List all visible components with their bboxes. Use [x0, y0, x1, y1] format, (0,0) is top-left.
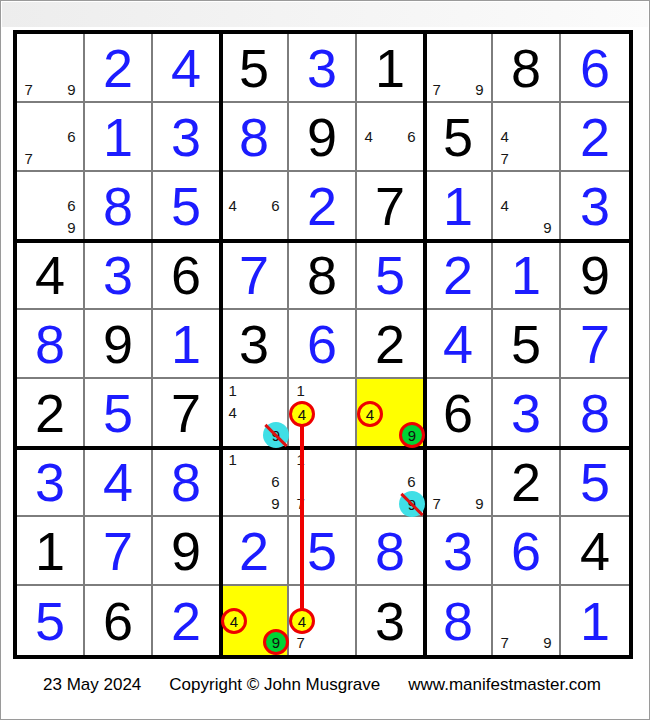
solved-digit: 7 — [85, 517, 151, 584]
solved-digit: 2 — [425, 241, 491, 308]
cell-r9c2[interactable]: 6 — [85, 586, 153, 655]
cell-r9c3[interactable]: 2 — [153, 586, 221, 655]
solved-digit: 2 — [221, 517, 287, 584]
solved-digit: 2 — [289, 172, 355, 239]
given-digit: 6 — [153, 241, 219, 308]
pencil-mark-6: 6 — [265, 470, 286, 492]
given-digit: 9 — [153, 517, 219, 584]
given-digit: 2 — [17, 379, 83, 446]
solved-digit: 5 — [561, 448, 629, 515]
pencil-mark-9: 9 — [469, 78, 490, 100]
cell-r9c7[interactable]: 8 — [425, 586, 493, 655]
cell-r7c7[interactable]: 79 — [425, 448, 493, 517]
cell-r8c6[interactable]: 8 — [357, 517, 425, 586]
pencil-marks: 47 — [494, 103, 558, 169]
app-window: 7924531798667138946547269854627149343678… — [0, 0, 650, 720]
cell-r7c9[interactable]: 5 — [561, 448, 629, 517]
pencil-mark-4: 4 — [358, 125, 379, 147]
solved-digit: 4 — [425, 310, 491, 377]
given-digit: 7 — [357, 172, 423, 239]
pencil-mark-4: 4 — [222, 194, 243, 216]
given-digit: 5 — [493, 310, 559, 377]
solved-digit: 2 — [153, 586, 219, 655]
title-bar — [2, 2, 648, 27]
given-digit: 5 — [221, 34, 287, 101]
cell-r8c3[interactable]: 9 — [153, 517, 221, 586]
eliminated-circle-9: 9 — [399, 491, 425, 517]
sudoku-board: 7924531798667138946547269854627149343678… — [13, 30, 633, 659]
solved-digit: 5 — [289, 517, 355, 584]
given-digit: 8 — [289, 241, 355, 308]
cell-r2c8[interactable]: 47 — [493, 103, 561, 172]
pencil-mark-4: 4 — [494, 194, 515, 216]
box-border-horizontal-1 — [17, 239, 629, 243]
solved-digit: 5 — [153, 172, 219, 239]
cell-r5c4[interactable]: 3 — [221, 310, 289, 379]
solved-digit: 8 — [357, 517, 423, 584]
solved-digit: 1 — [561, 586, 629, 655]
footer: 23 May 2024 Copyright © John Musgrave ww… — [43, 675, 601, 695]
cell-r9c1[interactable]: 5 — [17, 586, 85, 655]
given-digit: 1 — [357, 34, 423, 101]
cell-r6c4[interactable]: 149 — [221, 379, 289, 448]
solved-digit: 4 — [85, 448, 151, 515]
given-digit: 6 — [425, 379, 491, 446]
pencil-mark-9: 9 — [265, 492, 286, 514]
cell-r5c9[interactable]: 7 — [561, 310, 629, 379]
footer-date: 23 May 2024 — [43, 675, 141, 695]
cell-r2c3[interactable]: 3 — [153, 103, 221, 172]
cell-r4c4[interactable]: 7 — [221, 241, 289, 310]
solved-digit: 1 — [493, 241, 559, 308]
pencil-mark-9: 9 — [61, 78, 82, 100]
confirmed-circle-9: 9 — [399, 422, 425, 448]
solved-digit: 3 — [289, 34, 355, 101]
cell-r5c3[interactable]: 1 — [153, 310, 221, 379]
pencil-mark-7: 7 — [18, 78, 39, 100]
solved-digit: 1 — [85, 103, 151, 170]
cell-r6c3[interactable]: 7 — [153, 379, 221, 448]
cell-r6c8[interactable]: 3 — [493, 379, 561, 448]
cell-r4c7[interactable]: 2 — [425, 241, 493, 310]
candidate-circle-4: 4 — [221, 608, 247, 634]
cell-r2c1[interactable]: 67 — [17, 103, 85, 172]
cell-r7c4[interactable]: 169 — [221, 448, 289, 517]
solved-digit: 3 — [561, 172, 629, 239]
pencil-mark-7: 7 — [494, 147, 515, 169]
solved-digit: 3 — [17, 448, 83, 515]
box-border-horizontal-2 — [17, 446, 629, 450]
given-digit: 3 — [357, 586, 423, 655]
pencil-mark-1: 1 — [222, 448, 243, 470]
solved-digit: 8 — [425, 586, 491, 655]
cell-r1c4[interactable]: 5 — [221, 34, 289, 103]
pencil-mark-4: 4 — [222, 401, 243, 423]
pencil-marks: 169 — [222, 448, 286, 514]
pencil-marks: 69 — [18, 172, 82, 238]
pencil-mark-9: 9 — [537, 216, 558, 238]
cell-r7c8[interactable]: 2 — [493, 448, 561, 517]
cell-r3c4[interactable]: 46 — [221, 172, 289, 241]
candidate-circle-4: 4 — [289, 608, 315, 634]
pencil-mark-6: 6 — [61, 125, 82, 147]
cell-r2c6[interactable]: 46 — [357, 103, 425, 172]
given-digit: 2 — [357, 310, 423, 377]
cell-r1c9[interactable]: 6 — [561, 34, 629, 103]
cell-r6c7[interactable]: 6 — [425, 379, 493, 448]
pencil-mark-1: 1 — [222, 379, 243, 401]
given-digit: 5 — [425, 103, 491, 170]
cell-r8c8[interactable]: 6 — [493, 517, 561, 586]
cell-r1c2[interactable]: 2 — [85, 34, 153, 103]
solved-digit: 4 — [153, 34, 219, 101]
cell-r9c9[interactable]: 1 — [561, 586, 629, 655]
pencil-mark-7: 7 — [494, 631, 515, 654]
solved-digit: 8 — [221, 103, 287, 170]
pencil-mark-4: 4 — [494, 125, 515, 147]
eliminated-circle-9: 9 — [263, 422, 289, 448]
cell-r1c8[interactable]: 8 — [493, 34, 561, 103]
given-digit: 2 — [493, 448, 559, 515]
cell-r5c5[interactable]: 6 — [289, 310, 357, 379]
pencil-mark-9: 9 — [537, 631, 558, 654]
solved-digit: 6 — [289, 310, 355, 377]
pencil-mark-9: 9 — [61, 216, 82, 238]
solved-digit: 7 — [561, 310, 629, 377]
given-digit: 9 — [289, 103, 355, 170]
given-digit: 9 — [561, 241, 629, 308]
cell-r9c6[interactable]: 3 — [357, 586, 425, 655]
solved-digit: 7 — [221, 241, 287, 308]
cell-r4c5[interactable]: 8 — [289, 241, 357, 310]
pencil-mark-6: 6 — [401, 470, 422, 492]
pencil-marks: 67 — [18, 103, 82, 169]
cell-r4c1[interactable]: 4 — [17, 241, 85, 310]
cell-r8c2[interactable]: 7 — [85, 517, 153, 586]
cell-r4c3[interactable]: 6 — [153, 241, 221, 310]
pencil-marks: 79 — [494, 586, 558, 654]
cell-r3c5[interactable]: 2 — [289, 172, 357, 241]
cell-r1c7[interactable]: 79 — [425, 34, 493, 103]
box-border-vertical-2 — [423, 34, 427, 655]
cell-r4c6[interactable]: 5 — [357, 241, 425, 310]
given-digit: 7 — [153, 379, 219, 446]
cell-r8c1[interactable]: 1 — [17, 517, 85, 586]
footer-copyright: Copyright © John Musgrave — [169, 675, 380, 695]
cell-r2c2[interactable]: 1 — [85, 103, 153, 172]
cell-r9c4[interactable]: 49 — [221, 586, 289, 655]
cell-r7c2[interactable]: 4 — [85, 448, 153, 517]
solved-digit: 8 — [153, 448, 219, 515]
cell-r1c3[interactable]: 4 — [153, 34, 221, 103]
cell-r4c8[interactable]: 1 — [493, 241, 561, 310]
pencil-mark-1: 1 — [290, 379, 311, 401]
cell-r1c1[interactable]: 79 — [17, 34, 85, 103]
cell-r3c2[interactable]: 8 — [85, 172, 153, 241]
pencil-mark-6: 6 — [401, 125, 422, 147]
cell-r7c6[interactable]: 69 — [357, 448, 425, 517]
cell-r5c8[interactable]: 5 — [493, 310, 561, 379]
given-digit: 1 — [17, 517, 83, 584]
solved-digit: 5 — [85, 379, 151, 446]
cell-r5c7[interactable]: 4 — [425, 310, 493, 379]
cell-r6c2[interactable]: 5 — [85, 379, 153, 448]
solved-digit: 1 — [425, 172, 491, 239]
pencil-marks: 79 — [426, 448, 490, 514]
cell-r3c3[interactable]: 5 — [153, 172, 221, 241]
solved-digit: 3 — [425, 517, 491, 584]
cell-r2c7[interactable]: 5 — [425, 103, 493, 172]
cell-r3c9[interactable]: 3 — [561, 172, 629, 241]
cell-r9c8[interactable]: 79 — [493, 586, 561, 655]
chain-link-line — [300, 413, 304, 620]
solved-digit: 8 — [85, 172, 151, 239]
cell-r3c1[interactable]: 69 — [17, 172, 85, 241]
solved-digit: 3 — [493, 379, 559, 446]
solved-digit: 6 — [493, 517, 559, 584]
solved-digit: 3 — [153, 103, 219, 170]
cell-r5c6[interactable]: 2 — [357, 310, 425, 379]
cell-r8c4[interactable]: 2 — [221, 517, 289, 586]
cell-r6c9[interactable]: 8 — [561, 379, 629, 448]
cell-r1c5[interactable]: 3 — [289, 34, 357, 103]
pencil-mark-7: 7 — [290, 631, 311, 654]
candidate-circle-4: 4 — [357, 401, 383, 427]
given-digit: 4 — [17, 241, 83, 308]
solved-digit: 2 — [85, 34, 151, 101]
solved-digit: 2 — [561, 103, 629, 170]
solved-digit: 1 — [153, 310, 219, 377]
solved-digit: 8 — [561, 379, 629, 446]
pencil-marks: 49 — [494, 172, 558, 238]
cell-r3c8[interactable]: 49 — [493, 172, 561, 241]
candidate-circle-4: 4 — [289, 401, 315, 427]
given-digit: 3 — [221, 310, 287, 377]
pencil-mark-7: 7 — [18, 147, 39, 169]
cell-r2c5[interactable]: 9 — [289, 103, 357, 172]
confirmed-circle-9: 9 — [263, 629, 289, 655]
cell-r5c1[interactable]: 8 — [17, 310, 85, 379]
given-digit: 8 — [493, 34, 559, 101]
pencil-mark-9: 9 — [469, 492, 490, 514]
pencil-mark-7: 7 — [426, 492, 447, 514]
solved-digit: 5 — [357, 241, 423, 308]
pencil-mark-6: 6 — [265, 194, 286, 216]
cell-r8c9[interactable]: 4 — [561, 517, 629, 586]
given-digit: 6 — [85, 586, 151, 655]
footer-url: www.manifestmaster.com — [408, 675, 601, 695]
given-digit: 4 — [561, 517, 629, 584]
cell-r2c4[interactable]: 8 — [221, 103, 289, 172]
solved-digit: 5 — [17, 586, 83, 655]
cell-r5c2[interactable]: 9 — [85, 310, 153, 379]
cell-r7c1[interactable]: 3 — [17, 448, 85, 517]
cell-r4c2[interactable]: 3 — [85, 241, 153, 310]
cell-r1c6[interactable]: 1 — [357, 34, 425, 103]
pencil-mark-7: 7 — [426, 78, 447, 100]
sudoku-grid: 7924531798667138946547269854627149343678… — [17, 34, 629, 655]
box-border-vertical-1 — [219, 34, 223, 655]
cell-r8c7[interactable]: 3 — [425, 517, 493, 586]
pencil-mark-6: 6 — [61, 194, 82, 216]
cell-r6c6[interactable]: 49 — [357, 379, 425, 448]
cell-r7c3[interactable]: 8 — [153, 448, 221, 517]
pencil-marks: 79 — [426, 34, 490, 100]
cell-r6c1[interactable]: 2 — [17, 379, 85, 448]
cell-r3c7[interactable]: 1 — [425, 172, 493, 241]
pencil-marks: 79 — [18, 34, 82, 100]
given-digit: 9 — [85, 310, 151, 377]
pencil-marks: 46 — [222, 172, 286, 238]
cell-r3c6[interactable]: 7 — [357, 172, 425, 241]
pencil-marks: 46 — [358, 103, 422, 169]
solved-digit: 6 — [561, 34, 629, 101]
solved-digit: 3 — [85, 241, 151, 308]
cell-r2c9[interactable]: 2 — [561, 103, 629, 172]
cell-r4c9[interactable]: 9 — [561, 241, 629, 310]
solved-digit: 8 — [17, 310, 83, 377]
